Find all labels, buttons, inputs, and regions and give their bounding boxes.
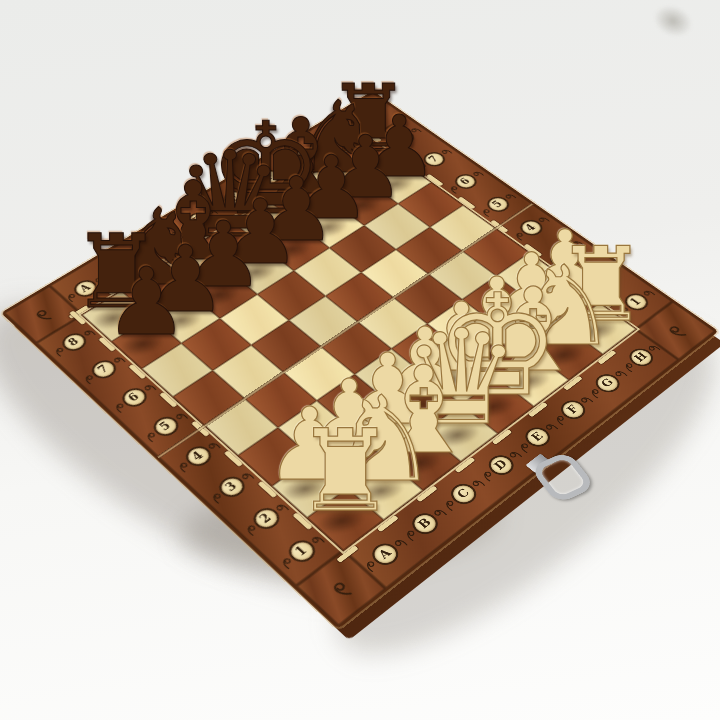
chess-board: ABCDEFGH ABCDEFGH 87654321 87654321 [4,92,716,626]
scroll-ornament-icon [29,306,56,321]
product-photo: ABCDEFGH ABCDEFGH 87654321 87654321 ♜♞♟♝… [0,0,720,720]
scroll-ornament-icon [360,109,382,121]
board-scene: ABCDEFGH ABCDEFGH 87654321 87654321 [0,0,720,720]
scroll-ornament-icon [663,322,689,337]
scroll-ornament-icon [327,578,356,598]
